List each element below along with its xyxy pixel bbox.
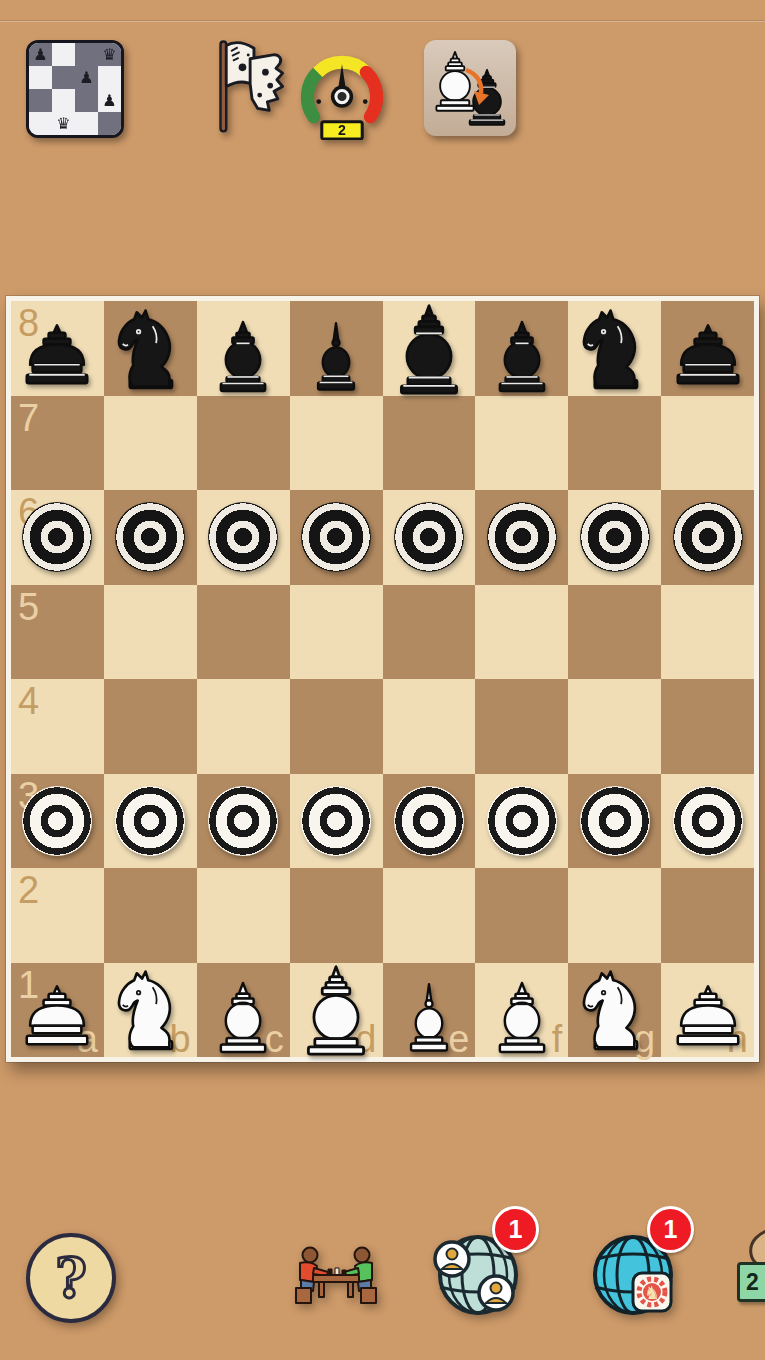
- square-b2[interactable]: [104, 868, 197, 963]
- piece-white-rook[interactable]: [15, 972, 99, 1056]
- piece-white-bishop[interactable]: [202, 974, 284, 1056]
- square-h1[interactable]: h: [661, 963, 754, 1058]
- piece-black-bishop[interactable]: [202, 313, 284, 395]
- mini-cell: [29, 66, 52, 89]
- square-h2[interactable]: [661, 868, 754, 963]
- mini-cell: [52, 43, 75, 66]
- right-edge-counter[interactable]: 2: [737, 1262, 765, 1302]
- mini-cell: [98, 112, 121, 135]
- friends-notification-badge: 1: [492, 1206, 539, 1253]
- piece-white-pawn[interactable]: [673, 786, 743, 856]
- square-b6[interactable]: [104, 490, 197, 585]
- square-g1[interactable]: g: [568, 963, 661, 1058]
- square-f6[interactable]: [475, 490, 568, 585]
- piece-white-king[interactable]: [290, 964, 382, 1056]
- square-g6[interactable]: [568, 490, 661, 585]
- square-c1[interactable]: c: [197, 963, 290, 1058]
- mini-cell: [29, 112, 52, 135]
- square-c8[interactable]: [197, 301, 290, 396]
- square-g8[interactable]: [568, 301, 661, 396]
- square-d3[interactable]: [290, 774, 383, 869]
- piece-white-pawn[interactable]: [22, 786, 92, 856]
- square-e8[interactable]: [383, 301, 476, 396]
- piece-white-pawn[interactable]: [580, 786, 650, 856]
- square-a7[interactable]: 7: [11, 396, 104, 491]
- square-h5[interactable]: [661, 585, 754, 680]
- mini-cell: ♟: [98, 89, 121, 112]
- square-g3[interactable]: [568, 774, 661, 869]
- local-two-player-icon[interactable]: [290, 1230, 382, 1318]
- square-e3[interactable]: [383, 774, 476, 869]
- piece-white-pawn[interactable]: [208, 786, 278, 856]
- square-e5[interactable]: [383, 585, 476, 680]
- square-a3[interactable]: 3: [11, 774, 104, 869]
- square-a1[interactable]: 1a: [11, 963, 104, 1058]
- piece-white-bishop[interactable]: [481, 974, 563, 1056]
- square-f8[interactable]: [475, 301, 568, 396]
- square-d4[interactable]: [290, 679, 383, 774]
- gauge-level: 2: [338, 122, 346, 138]
- mini-cell: ♛: [98, 43, 121, 66]
- square-c5[interactable]: [197, 585, 290, 680]
- mini-cell: [29, 89, 52, 112]
- square-e6[interactable]: [383, 490, 476, 585]
- rank-label: 7: [18, 399, 39, 437]
- square-e1[interactable]: e: [383, 963, 476, 1058]
- mini-cell: ♟: [75, 66, 98, 89]
- square-f7[interactable]: [475, 396, 568, 491]
- help-button[interactable]: ?: [26, 1233, 116, 1323]
- piece-white-pawn[interactable]: [301, 786, 371, 856]
- square-g2[interactable]: [568, 868, 661, 963]
- piece-black-knight[interactable]: [106, 307, 194, 395]
- piece-black-pawn[interactable]: [301, 502, 371, 572]
- piece-black-pawn[interactable]: [580, 502, 650, 572]
- square-c7[interactable]: [197, 396, 290, 491]
- svg-text:♞: ♞: [644, 1283, 660, 1303]
- piece-black-pawn[interactable]: [673, 502, 743, 572]
- square-c3[interactable]: [197, 774, 290, 869]
- counter-value: 2: [746, 1269, 759, 1296]
- square-h8[interactable]: [661, 301, 754, 396]
- question-glyph: ?: [55, 1246, 87, 1310]
- piece-black-pawn[interactable]: [208, 502, 278, 572]
- mini-cell: [75, 43, 98, 66]
- square-f3[interactable]: [475, 774, 568, 869]
- square-d2[interactable]: [290, 868, 383, 963]
- piece-white-pawn[interactable]: [487, 786, 557, 856]
- square-a6[interactable]: 6: [11, 490, 104, 585]
- resign-flag-icon[interactable]: [210, 34, 296, 142]
- piece-black-rook[interactable]: [15, 311, 99, 395]
- square-a8[interactable]: 8: [11, 301, 104, 396]
- switch-sides-icon[interactable]: [424, 40, 516, 136]
- square-e7[interactable]: [383, 396, 476, 491]
- setup-board-icon[interactable]: ♟♛♟♟♛: [26, 40, 124, 138]
- piece-black-queen[interactable]: [297, 317, 375, 395]
- piece-black-pawn[interactable]: [115, 502, 185, 572]
- piece-black-bishop[interactable]: [481, 313, 563, 395]
- square-a5[interactable]: 5: [11, 585, 104, 680]
- square-b1[interactable]: b: [104, 963, 197, 1058]
- rank-label: 2: [18, 871, 39, 909]
- piece-white-knight[interactable]: [571, 968, 659, 1056]
- square-b5[interactable]: [104, 585, 197, 680]
- square-c6[interactable]: [197, 490, 290, 585]
- board-frame: 87654321abcdefgh: [6, 296, 759, 1062]
- square-d5[interactable]: [290, 585, 383, 680]
- square-b7[interactable]: [104, 396, 197, 491]
- friend-avatar-icon: [479, 1276, 513, 1310]
- square-h6[interactable]: [661, 490, 754, 585]
- piece-white-knight[interactable]: [106, 968, 194, 1056]
- square-a4[interactable]: 4: [11, 679, 104, 774]
- piece-black-king[interactable]: [383, 303, 475, 395]
- top-divider: [0, 21, 765, 22]
- piece-white-rook[interactable]: [666, 972, 750, 1056]
- rank-label: 4: [18, 682, 39, 720]
- online-play-notification-badge: 1: [647, 1206, 694, 1253]
- square-g4[interactable]: [568, 679, 661, 774]
- square-c4[interactable]: [197, 679, 290, 774]
- square-h4[interactable]: [661, 679, 754, 774]
- square-b8[interactable]: [104, 301, 197, 396]
- square-c2[interactable]: [197, 868, 290, 963]
- piece-black-rook[interactable]: [666, 311, 750, 395]
- piece-white-pawn[interactable]: [394, 786, 464, 856]
- piece-black-pawn[interactable]: [487, 502, 557, 572]
- difficulty-gauge-icon[interactable]: 2: [290, 44, 394, 144]
- square-h3[interactable]: [661, 774, 754, 869]
- square-f4[interactable]: [475, 679, 568, 774]
- square-h7[interactable]: [661, 396, 754, 491]
- square-b4[interactable]: [104, 679, 197, 774]
- piece-black-pawn[interactable]: [394, 502, 464, 572]
- square-e4[interactable]: [383, 679, 476, 774]
- piece-white-queen[interactable]: [390, 978, 468, 1056]
- friend-avatar-icon: [435, 1242, 469, 1276]
- square-f5[interactable]: [475, 585, 568, 680]
- engine-knight-emblem: ♞: [633, 1273, 671, 1311]
- mini-cell: ♟: [29, 43, 52, 66]
- square-d7[interactable]: [290, 396, 383, 491]
- square-d1[interactable]: d: [290, 963, 383, 1058]
- square-g7[interactable]: [568, 396, 661, 491]
- square-f2[interactable]: [475, 868, 568, 963]
- square-g5[interactable]: [568, 585, 661, 680]
- square-d8[interactable]: [290, 301, 383, 396]
- piece-black-knight[interactable]: [571, 307, 659, 395]
- mini-cell: [52, 66, 75, 89]
- piece-white-pawn[interactable]: [115, 786, 185, 856]
- square-f1[interactable]: f: [475, 963, 568, 1058]
- board[interactable]: 87654321abcdefgh: [11, 301, 754, 1057]
- mini-cell: [98, 66, 121, 89]
- mini-cell: [52, 89, 75, 112]
- square-b3[interactable]: [104, 774, 197, 869]
- rank-label: 5: [18, 588, 39, 626]
- square-d6[interactable]: [290, 490, 383, 585]
- mini-cell: [75, 89, 98, 112]
- piece-black-pawn[interactable]: [22, 502, 92, 572]
- square-a2[interactable]: 2: [11, 868, 104, 963]
- mini-cell: [75, 112, 98, 135]
- mini-cell: ♛: [52, 112, 75, 135]
- square-e2[interactable]: [383, 868, 476, 963]
